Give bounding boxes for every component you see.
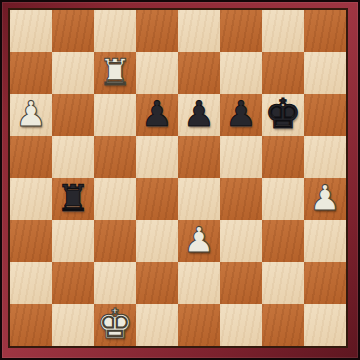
square-g6[interactable]: ♚ bbox=[262, 94, 304, 136]
square-a7[interactable] bbox=[10, 52, 52, 94]
chess-board: ♜♟♟♟♟♚♜♟♟♚ bbox=[10, 10, 346, 346]
square-a2[interactable] bbox=[10, 262, 52, 304]
square-h4[interactable]: ♟ bbox=[304, 178, 346, 220]
square-b1[interactable] bbox=[52, 304, 94, 346]
square-d2[interactable] bbox=[136, 262, 178, 304]
square-c3[interactable] bbox=[94, 220, 136, 262]
square-a4[interactable] bbox=[10, 178, 52, 220]
square-b4[interactable]: ♜ bbox=[52, 178, 94, 220]
square-b7[interactable] bbox=[52, 52, 94, 94]
square-e4[interactable] bbox=[178, 178, 220, 220]
square-f1[interactable] bbox=[220, 304, 262, 346]
board-inner-rim: ♜♟♟♟♟♚♜♟♟♚ bbox=[8, 8, 348, 348]
square-e1[interactable] bbox=[178, 304, 220, 346]
square-e7[interactable] bbox=[178, 52, 220, 94]
square-d4[interactable] bbox=[136, 178, 178, 220]
square-d3[interactable] bbox=[136, 220, 178, 262]
square-a3[interactable] bbox=[10, 220, 52, 262]
square-g2[interactable] bbox=[262, 262, 304, 304]
square-f2[interactable] bbox=[220, 262, 262, 304]
white-rook-c7[interactable]: ♜ bbox=[98, 54, 131, 91]
square-a8[interactable] bbox=[10, 10, 52, 52]
square-b8[interactable] bbox=[52, 10, 94, 52]
square-h1[interactable] bbox=[304, 304, 346, 346]
square-b3[interactable] bbox=[52, 220, 94, 262]
square-h6[interactable] bbox=[304, 94, 346, 136]
square-e2[interactable] bbox=[178, 262, 220, 304]
square-f6[interactable]: ♟ bbox=[220, 94, 262, 136]
square-d8[interactable] bbox=[136, 10, 178, 52]
square-g3[interactable] bbox=[262, 220, 304, 262]
square-c6[interactable] bbox=[94, 94, 136, 136]
square-c5[interactable] bbox=[94, 136, 136, 178]
square-c7[interactable]: ♜ bbox=[94, 52, 136, 94]
square-g7[interactable] bbox=[262, 52, 304, 94]
black-pawn-f6[interactable]: ♟ bbox=[225, 97, 256, 132]
square-c4[interactable] bbox=[94, 178, 136, 220]
black-pawn-e6[interactable]: ♟ bbox=[183, 97, 214, 132]
square-b2[interactable] bbox=[52, 262, 94, 304]
square-g4[interactable] bbox=[262, 178, 304, 220]
square-d7[interactable] bbox=[136, 52, 178, 94]
square-g8[interactable] bbox=[262, 10, 304, 52]
square-h8[interactable] bbox=[304, 10, 346, 52]
square-c8[interactable] bbox=[94, 10, 136, 52]
square-b6[interactable] bbox=[52, 94, 94, 136]
black-rook-b4[interactable]: ♜ bbox=[56, 180, 89, 217]
square-h2[interactable] bbox=[304, 262, 346, 304]
chess-diagram: ♜♟♟♟♟♚♜♟♟♚ bbox=[0, 0, 360, 360]
square-f4[interactable] bbox=[220, 178, 262, 220]
board-frame: ♜♟♟♟♟♚♜♟♟♚ bbox=[0, 0, 360, 360]
square-e6[interactable]: ♟ bbox=[178, 94, 220, 136]
black-pawn-d6[interactable]: ♟ bbox=[141, 97, 172, 132]
square-h7[interactable] bbox=[304, 52, 346, 94]
white-pawn-e3[interactable]: ♟ bbox=[183, 223, 214, 258]
square-g5[interactable] bbox=[262, 136, 304, 178]
square-e8[interactable] bbox=[178, 10, 220, 52]
square-b5[interactable] bbox=[52, 136, 94, 178]
square-f3[interactable] bbox=[220, 220, 262, 262]
black-king-g6[interactable]: ♚ bbox=[265, 94, 302, 135]
square-c1[interactable]: ♚ bbox=[94, 304, 136, 346]
white-pawn-a6[interactable]: ♟ bbox=[15, 97, 46, 132]
square-f8[interactable] bbox=[220, 10, 262, 52]
square-h3[interactable] bbox=[304, 220, 346, 262]
white-pawn-h4[interactable]: ♟ bbox=[309, 181, 340, 216]
square-a5[interactable] bbox=[10, 136, 52, 178]
square-g1[interactable] bbox=[262, 304, 304, 346]
square-e3[interactable]: ♟ bbox=[178, 220, 220, 262]
square-a1[interactable] bbox=[10, 304, 52, 346]
square-f5[interactable] bbox=[220, 136, 262, 178]
square-c2[interactable] bbox=[94, 262, 136, 304]
square-f7[interactable] bbox=[220, 52, 262, 94]
square-d6[interactable]: ♟ bbox=[136, 94, 178, 136]
square-d5[interactable] bbox=[136, 136, 178, 178]
square-a6[interactable]: ♟ bbox=[10, 94, 52, 136]
square-h5[interactable] bbox=[304, 136, 346, 178]
square-d1[interactable] bbox=[136, 304, 178, 346]
square-e5[interactable] bbox=[178, 136, 220, 178]
white-king-c1[interactable]: ♚ bbox=[97, 304, 134, 345]
